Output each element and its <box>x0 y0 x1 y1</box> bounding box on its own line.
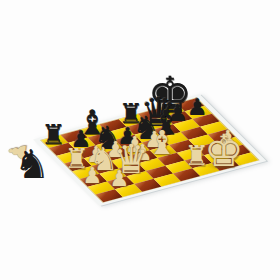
captured-black-knight: ♞ <box>14 144 50 184</box>
white-king-g1: ♚ <box>204 129 243 173</box>
black-pawn-h7: ♟ <box>187 96 208 119</box>
white-pawn-b2: ♟ <box>110 167 130 189</box>
chess-set-photo: ♜♝♜♚♟♛♟♟♞♟♞♝♜♟♟♟♟♞♟♝♟♛♟♟♜♚♞♟ <box>0 0 280 280</box>
white-pawn-a3: ♟ <box>82 165 102 187</box>
